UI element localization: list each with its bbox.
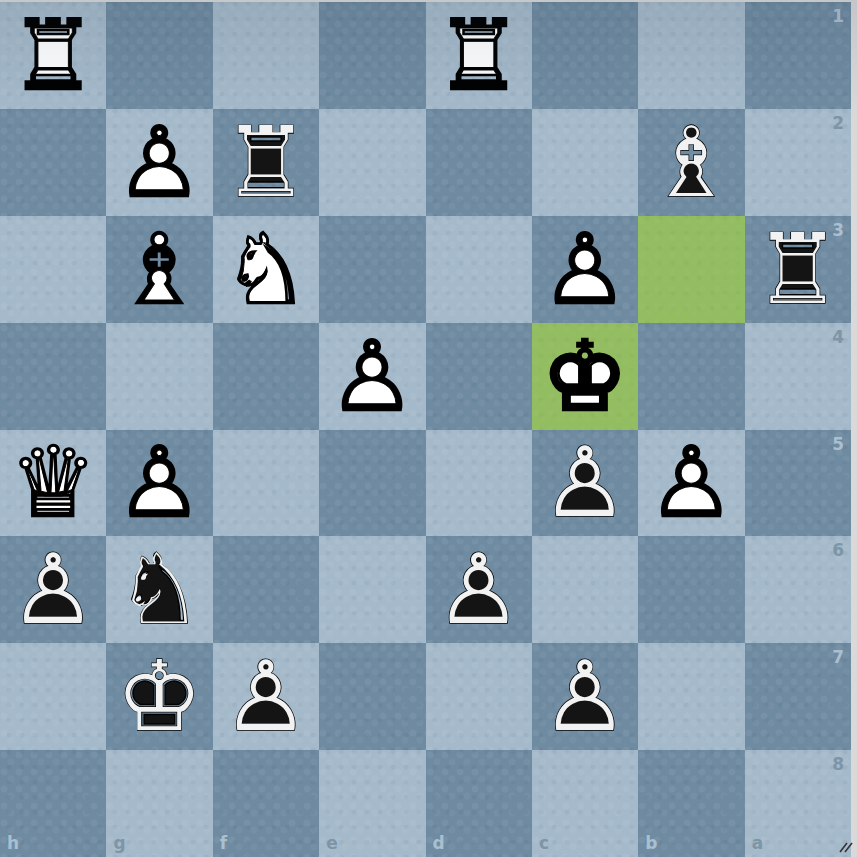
piece-glyph-detail: ♙ xyxy=(638,430,744,537)
square-a4[interactable]: 4 xyxy=(745,323,851,430)
piece-glyph-detail: ♘ xyxy=(106,536,212,643)
square-f6[interactable] xyxy=(213,536,319,643)
square-a1[interactable]: 1 xyxy=(745,2,851,109)
piece-white-pawn[interactable]: ♟♙ xyxy=(638,430,744,537)
square-c3[interactable]: ♟♙ xyxy=(532,216,638,323)
square-h4[interactable] xyxy=(0,323,106,430)
piece-glyph-detail: ♙ xyxy=(319,323,425,430)
piece-black-bishop[interactable]: ♝♗ xyxy=(638,109,744,216)
file-label-f: f xyxy=(220,833,227,853)
piece-white-rook[interactable]: ♜♖ xyxy=(0,2,106,109)
file-label-d: d xyxy=(433,833,445,853)
file-label-g: g xyxy=(113,833,125,853)
square-g1[interactable] xyxy=(106,2,212,109)
square-c5[interactable]: ♟♙ xyxy=(532,430,638,537)
piece-glyph-detail: ♖ xyxy=(213,109,319,216)
square-d4[interactable] xyxy=(426,323,532,430)
square-d5[interactable] xyxy=(426,430,532,537)
square-b3[interactable] xyxy=(638,216,744,323)
piece-white-pawn[interactable]: ♟♙ xyxy=(106,109,212,216)
piece-black-rook[interactable]: ♜♖ xyxy=(213,109,319,216)
square-b7[interactable] xyxy=(638,643,744,750)
file-label-a: a xyxy=(752,833,763,853)
square-h5[interactable]: ♛♕ xyxy=(0,430,106,537)
rank-label-8: 8 xyxy=(832,754,844,774)
square-g7[interactable]: ♚♔ xyxy=(106,643,212,750)
square-h7[interactable] xyxy=(0,643,106,750)
piece-glyph-detail: ♖ xyxy=(745,216,851,323)
piece-glyph-detail: ♙ xyxy=(532,216,638,323)
square-f8[interactable]: f xyxy=(213,750,319,857)
square-h2[interactable] xyxy=(0,109,106,216)
square-b5[interactable]: ♟♙ xyxy=(638,430,744,537)
square-e6[interactable] xyxy=(319,536,425,643)
square-a8[interactable]: a8 xyxy=(745,750,851,857)
piece-black-pawn[interactable]: ♟♙ xyxy=(213,643,319,750)
square-a2[interactable]: 2 xyxy=(745,109,851,216)
square-h8[interactable]: h xyxy=(0,750,106,857)
square-e8[interactable]: e xyxy=(319,750,425,857)
square-d2[interactable] xyxy=(426,109,532,216)
piece-white-pawn[interactable]: ♟♙ xyxy=(532,216,638,323)
chess-board: ♜♖♜♖1♟♙♜♖♝♗2♝♗♞♘♟♙♜♖3♟♙♚♔4♛♕♟♙♟♙♟♙5♟♙♞♘♟… xyxy=(0,2,851,857)
piece-white-pawn[interactable]: ♟♙ xyxy=(106,430,212,537)
piece-glyph-detail: ♙ xyxy=(213,643,319,750)
square-g5[interactable]: ♟♙ xyxy=(106,430,212,537)
piece-white-rook[interactable]: ♜♖ xyxy=(426,2,532,109)
piece-black-pawn[interactable]: ♟♙ xyxy=(426,536,532,643)
piece-glyph-detail: ♙ xyxy=(106,109,212,216)
board-resize-handle-icon[interactable] xyxy=(838,838,854,854)
square-c4[interactable]: ♚♔ xyxy=(532,323,638,430)
piece-white-pawn[interactable]: ♟♙ xyxy=(319,323,425,430)
piece-white-queen[interactable]: ♛♕ xyxy=(0,430,106,537)
file-label-c: c xyxy=(539,833,549,853)
square-f5[interactable] xyxy=(213,430,319,537)
square-b1[interactable] xyxy=(638,2,744,109)
square-h3[interactable] xyxy=(0,216,106,323)
square-h1[interactable]: ♜♖ xyxy=(0,2,106,109)
square-f7[interactable]: ♟♙ xyxy=(213,643,319,750)
square-c8[interactable]: c xyxy=(532,750,638,857)
square-g6[interactable]: ♞♘ xyxy=(106,536,212,643)
square-d1[interactable]: ♜♖ xyxy=(426,2,532,109)
rank-label-2: 2 xyxy=(832,113,844,133)
piece-glyph-detail: ♗ xyxy=(106,216,212,323)
piece-black-pawn[interactable]: ♟♙ xyxy=(0,536,106,643)
piece-glyph-detail: ♙ xyxy=(426,536,532,643)
file-label-h: h xyxy=(7,833,19,853)
piece-black-pawn[interactable]: ♟♙ xyxy=(532,430,638,537)
square-c6[interactable] xyxy=(532,536,638,643)
square-a3[interactable]: ♜♖3 xyxy=(745,216,851,323)
piece-black-king[interactable]: ♚♔ xyxy=(106,643,212,750)
piece-glyph-detail: ♘ xyxy=(213,216,319,323)
piece-glyph-detail: ♔ xyxy=(106,643,212,750)
square-g2[interactable]: ♟♙ xyxy=(106,109,212,216)
square-f1[interactable] xyxy=(213,2,319,109)
file-label-e: e xyxy=(326,833,338,853)
square-g4[interactable] xyxy=(106,323,212,430)
square-d6[interactable]: ♟♙ xyxy=(426,536,532,643)
piece-glyph-detail: ♙ xyxy=(532,430,638,537)
square-d7[interactable] xyxy=(426,643,532,750)
square-d8[interactable]: d xyxy=(426,750,532,857)
square-a6[interactable]: 6 xyxy=(745,536,851,643)
square-f3[interactable]: ♞♘ xyxy=(213,216,319,323)
square-g3[interactable]: ♝♗ xyxy=(106,216,212,323)
square-e1[interactable] xyxy=(319,2,425,109)
square-e5[interactable] xyxy=(319,430,425,537)
square-e4[interactable]: ♟♙ xyxy=(319,323,425,430)
square-b8[interactable]: b xyxy=(638,750,744,857)
square-f4[interactable] xyxy=(213,323,319,430)
piece-glyph-detail: ♗ xyxy=(638,109,744,216)
square-c1[interactable] xyxy=(532,2,638,109)
square-a5[interactable]: 5 xyxy=(745,430,851,537)
square-g8[interactable]: g xyxy=(106,750,212,857)
piece-white-king[interactable]: ♚♔ xyxy=(532,323,638,430)
square-a7[interactable]: 7 xyxy=(745,643,851,750)
rank-label-6: 6 xyxy=(832,540,844,560)
page-background: ♜♖♜♖1♟♙♜♖♝♗2♝♗♞♘♟♙♜♖3♟♙♚♔4♛♕♟♙♟♙♟♙5♟♙♞♘♟… xyxy=(0,0,857,857)
piece-glyph-detail: ♖ xyxy=(426,2,532,109)
piece-white-knight[interactable]: ♞♘ xyxy=(213,216,319,323)
piece-glyph-detail: ♔ xyxy=(532,323,638,430)
piece-black-rook[interactable]: ♜♖ xyxy=(745,216,851,323)
square-f2[interactable]: ♜♖ xyxy=(213,109,319,216)
rank-label-7: 7 xyxy=(832,647,844,667)
square-e3[interactable] xyxy=(319,216,425,323)
rank-label-5: 5 xyxy=(832,434,844,454)
piece-black-knight[interactable]: ♞♘ xyxy=(106,536,212,643)
piece-glyph-detail: ♙ xyxy=(532,643,638,750)
file-label-b: b xyxy=(645,833,657,853)
square-b4[interactable] xyxy=(638,323,744,430)
rank-label-4: 4 xyxy=(832,327,844,347)
piece-glyph-detail: ♕ xyxy=(0,430,106,537)
piece-glyph-detail: ♙ xyxy=(0,536,106,643)
piece-black-pawn[interactable]: ♟♙ xyxy=(532,643,638,750)
square-c7[interactable]: ♟♙ xyxy=(532,643,638,750)
piece-white-bishop[interactable]: ♝♗ xyxy=(106,216,212,323)
rank-label-1: 1 xyxy=(832,6,844,26)
square-b2[interactable]: ♝♗ xyxy=(638,109,744,216)
square-h6[interactable]: ♟♙ xyxy=(0,536,106,643)
square-e7[interactable] xyxy=(319,643,425,750)
square-e2[interactable] xyxy=(319,109,425,216)
square-d3[interactable] xyxy=(426,216,532,323)
piece-glyph-detail: ♙ xyxy=(106,430,212,537)
piece-glyph-detail: ♖ xyxy=(0,2,106,109)
square-c2[interactable] xyxy=(532,109,638,216)
square-b6[interactable] xyxy=(638,536,744,643)
